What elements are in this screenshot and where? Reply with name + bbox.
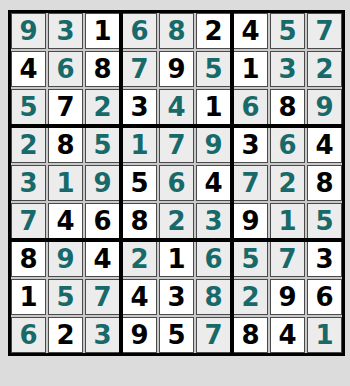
cell-r1c5[interactable]: 8: [159, 13, 194, 49]
cell-r5c6: 4: [196, 165, 231, 201]
cell-r6c6[interactable]: 3: [196, 203, 231, 239]
cell-r9c7: 8: [233, 317, 268, 353]
cell-r5c4: 5: [122, 165, 157, 201]
cell-r4c1[interactable]: 2: [11, 127, 46, 163]
cell-r8c6[interactable]: 8: [196, 279, 231, 315]
cell-r1c7: 4: [233, 13, 268, 49]
cell-r5c2[interactable]: 1: [48, 165, 83, 201]
cell-r4c6[interactable]: 9: [196, 127, 231, 163]
cell-r4c8[interactable]: 6: [270, 127, 305, 163]
cell-r8c2[interactable]: 5: [48, 279, 83, 315]
cell-r1c9[interactable]: 7: [307, 13, 342, 49]
cell-r2c6[interactable]: 5: [196, 51, 231, 87]
cell-r8c9: 6: [307, 279, 342, 315]
cell-r5c8[interactable]: 2: [270, 165, 305, 201]
cell-r2c5: 9: [159, 51, 194, 87]
cell-r2c1: 4: [11, 51, 46, 87]
cell-r6c9[interactable]: 5: [307, 203, 342, 239]
cell-r7c8[interactable]: 7: [270, 241, 305, 277]
cell-r6c4: 8: [122, 203, 157, 239]
box-divider-horizontal-1: [8, 124, 345, 128]
cell-r4c9: 4: [307, 127, 342, 163]
cell-r3c8: 8: [270, 89, 305, 125]
cell-r2c4[interactable]: 7: [122, 51, 157, 87]
cell-r5c7[interactable]: 7: [233, 165, 268, 201]
cell-r8c4: 4: [122, 279, 157, 315]
cell-r3c1[interactable]: 5: [11, 89, 46, 125]
box-divider-vertical-2: [230, 10, 234, 356]
cell-r6c5[interactable]: 2: [159, 203, 194, 239]
cell-r8c7[interactable]: 2: [233, 279, 268, 315]
cell-r1c8[interactable]: 5: [270, 13, 305, 49]
cell-r1c3: 1: [85, 13, 120, 49]
cell-r7c4[interactable]: 2: [122, 241, 157, 277]
cell-r3c7[interactable]: 6: [233, 89, 268, 125]
cell-r1c4[interactable]: 6: [122, 13, 157, 49]
cell-r6c1[interactable]: 7: [11, 203, 46, 239]
cell-r3c6: 1: [196, 89, 231, 125]
cell-r1c1[interactable]: 9: [11, 13, 46, 49]
cell-r9c6[interactable]: 7: [196, 317, 231, 353]
cell-r3c9[interactable]: 9: [307, 89, 342, 125]
cell-r8c5: 3: [159, 279, 194, 315]
cell-r9c5: 5: [159, 317, 194, 353]
cell-r4c4[interactable]: 1: [122, 127, 157, 163]
cell-r9c2: 2: [48, 317, 83, 353]
cell-r5c9: 8: [307, 165, 342, 201]
cell-r2c7: 1: [233, 51, 268, 87]
cell-r5c1[interactable]: 3: [11, 165, 46, 201]
cell-r4c2: 8: [48, 127, 83, 163]
cell-r7c7[interactable]: 5: [233, 241, 268, 277]
page-background: 9316824574687951325723416892851793643195…: [0, 0, 350, 386]
cell-r3c4: 3: [122, 89, 157, 125]
cell-r4c7: 3: [233, 127, 268, 163]
cell-r4c5[interactable]: 7: [159, 127, 194, 163]
cell-r6c3: 6: [85, 203, 120, 239]
cell-r6c7: 9: [233, 203, 268, 239]
cell-r2c8[interactable]: 3: [270, 51, 305, 87]
cell-r1c6: 2: [196, 13, 231, 49]
cell-r7c5: 1: [159, 241, 194, 277]
cell-r8c3[interactable]: 7: [85, 279, 120, 315]
cell-r2c2[interactable]: 6: [48, 51, 83, 87]
cell-r1c2[interactable]: 3: [48, 13, 83, 49]
cell-r9c3[interactable]: 3: [85, 317, 120, 353]
cell-r9c9[interactable]: 1: [307, 317, 342, 353]
cell-r6c2: 4: [48, 203, 83, 239]
cell-r9c1[interactable]: 6: [11, 317, 46, 353]
cell-r6c8[interactable]: 1: [270, 203, 305, 239]
box-divider-horizontal-2: [8, 238, 345, 242]
cell-r9c4: 9: [122, 317, 157, 353]
cell-r7c6[interactable]: 6: [196, 241, 231, 277]
cell-r5c3[interactable]: 9: [85, 165, 120, 201]
cell-r3c5[interactable]: 4: [159, 89, 194, 125]
cell-r2c3: 8: [85, 51, 120, 87]
cell-r7c9: 3: [307, 241, 342, 277]
cell-r2c9[interactable]: 2: [307, 51, 342, 87]
cell-r4c3[interactable]: 5: [85, 127, 120, 163]
cell-r5c5[interactable]: 6: [159, 165, 194, 201]
box-divider-vertical-1: [119, 10, 123, 356]
cell-r3c2: 7: [48, 89, 83, 125]
cell-r8c8: 9: [270, 279, 305, 315]
cell-r7c3: 4: [85, 241, 120, 277]
sudoku-board: 9316824574687951325723416892851793643195…: [8, 10, 345, 356]
cell-r7c2[interactable]: 9: [48, 241, 83, 277]
cell-r7c1: 8: [11, 241, 46, 277]
cell-r3c3[interactable]: 2: [85, 89, 120, 125]
cell-r9c8: 4: [270, 317, 305, 353]
cell-r8c1: 1: [11, 279, 46, 315]
